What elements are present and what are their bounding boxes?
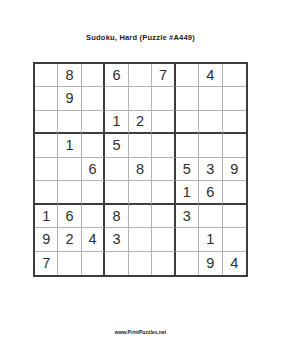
cell-r8c2[interactable]: 2 bbox=[58, 228, 81, 251]
cell-r9c6[interactable] bbox=[152, 252, 175, 275]
sudoku-board: 8674912156853916168392431794 bbox=[33, 62, 248, 277]
cell-r3c4[interactable]: 1 bbox=[105, 111, 128, 134]
cell-r9c5[interactable] bbox=[129, 252, 152, 275]
cell-r5c3[interactable]: 6 bbox=[82, 158, 105, 181]
cell-r2c9[interactable] bbox=[223, 87, 246, 110]
cell-r2c7[interactable] bbox=[176, 87, 199, 110]
cell-r5c6[interactable] bbox=[152, 158, 175, 181]
cell-r1c3[interactable] bbox=[82, 64, 105, 87]
cell-r4c9[interactable] bbox=[223, 134, 246, 157]
cell-r6c2[interactable] bbox=[58, 181, 81, 204]
cell-r6c7[interactable]: 1 bbox=[176, 181, 199, 204]
cell-r7c1[interactable]: 1 bbox=[35, 205, 58, 228]
cell-r4c8[interactable] bbox=[199, 134, 222, 157]
cell-r2c6[interactable] bbox=[152, 87, 175, 110]
cell-r7c2[interactable]: 6 bbox=[58, 205, 81, 228]
cell-r7c4[interactable]: 8 bbox=[105, 205, 128, 228]
cell-r3c7[interactable] bbox=[176, 111, 199, 134]
cell-r8c3[interactable]: 4 bbox=[82, 228, 105, 251]
page-title: Sudoku, Hard (Puzzle #A449) bbox=[0, 33, 281, 42]
cell-r9c8[interactable]: 9 bbox=[199, 252, 222, 275]
cell-r8c6[interactable] bbox=[152, 228, 175, 251]
cell-r8c7[interactable] bbox=[176, 228, 199, 251]
cell-r4c1[interactable] bbox=[35, 134, 58, 157]
cell-r6c1[interactable] bbox=[35, 181, 58, 204]
cell-r5c2[interactable] bbox=[58, 158, 81, 181]
cell-r5c8[interactable]: 3 bbox=[199, 158, 222, 181]
cell-r6c3[interactable] bbox=[82, 181, 105, 204]
cell-r1c8[interactable]: 4 bbox=[199, 64, 222, 87]
cell-r1c2[interactable]: 8 bbox=[58, 64, 81, 87]
cell-r7c5[interactable] bbox=[129, 205, 152, 228]
cell-r3c3[interactable] bbox=[82, 111, 105, 134]
cell-r4c6[interactable] bbox=[152, 134, 175, 157]
cell-r4c7[interactable] bbox=[176, 134, 199, 157]
cell-r9c1[interactable]: 7 bbox=[35, 252, 58, 275]
cell-r9c2[interactable] bbox=[58, 252, 81, 275]
cell-r3c8[interactable] bbox=[199, 111, 222, 134]
cell-r8c8[interactable]: 1 bbox=[199, 228, 222, 251]
cell-r6c9[interactable] bbox=[223, 181, 246, 204]
cell-r8c4[interactable]: 3 bbox=[105, 228, 128, 251]
cell-r9c4[interactable] bbox=[105, 252, 128, 275]
cell-r7c6[interactable] bbox=[152, 205, 175, 228]
cell-r1c1[interactable] bbox=[35, 64, 58, 87]
cell-r3c2[interactable] bbox=[58, 111, 81, 134]
cell-r3c1[interactable] bbox=[35, 111, 58, 134]
cell-r6c4[interactable] bbox=[105, 181, 128, 204]
footer-site-url: www.PrintPuzzles.net bbox=[0, 329, 281, 335]
cell-r2c2[interactable]: 9 bbox=[58, 87, 81, 110]
cell-r8c9[interactable] bbox=[223, 228, 246, 251]
cell-r8c1[interactable]: 9 bbox=[35, 228, 58, 251]
cell-r6c6[interactable] bbox=[152, 181, 175, 204]
cell-r2c8[interactable] bbox=[199, 87, 222, 110]
cell-r7c8[interactable] bbox=[199, 205, 222, 228]
cell-r5c4[interactable] bbox=[105, 158, 128, 181]
cell-r7c7[interactable]: 3 bbox=[176, 205, 199, 228]
cell-r1c5[interactable] bbox=[129, 64, 152, 87]
cell-r5c7[interactable]: 5 bbox=[176, 158, 199, 181]
cell-r4c4[interactable]: 5 bbox=[105, 134, 128, 157]
cell-r3c9[interactable] bbox=[223, 111, 246, 134]
cell-r4c5[interactable] bbox=[129, 134, 152, 157]
cell-r7c9[interactable] bbox=[223, 205, 246, 228]
cell-r3c5[interactable]: 2 bbox=[129, 111, 152, 134]
cell-r4c2[interactable]: 1 bbox=[58, 134, 81, 157]
cell-r2c3[interactable] bbox=[82, 87, 105, 110]
cell-r9c3[interactable] bbox=[82, 252, 105, 275]
cell-r7c3[interactable] bbox=[82, 205, 105, 228]
cell-r5c5[interactable]: 8 bbox=[129, 158, 152, 181]
cell-r8c5[interactable] bbox=[129, 228, 152, 251]
cell-r1c4[interactable]: 6 bbox=[105, 64, 128, 87]
cell-r2c1[interactable] bbox=[35, 87, 58, 110]
cell-r2c4[interactable] bbox=[105, 87, 128, 110]
cell-r4c3[interactable] bbox=[82, 134, 105, 157]
cell-r9c7[interactable] bbox=[176, 252, 199, 275]
cell-r9c9[interactable]: 4 bbox=[223, 252, 246, 275]
cell-r1c6[interactable]: 7 bbox=[152, 64, 175, 87]
cell-r3c6[interactable] bbox=[152, 111, 175, 134]
cell-r6c5[interactable] bbox=[129, 181, 152, 204]
cell-r2c5[interactable] bbox=[129, 87, 152, 110]
cell-r1c7[interactable] bbox=[176, 64, 199, 87]
cell-r1c9[interactable] bbox=[223, 64, 246, 87]
cell-r5c9[interactable]: 9 bbox=[223, 158, 246, 181]
cell-r5c1[interactable] bbox=[35, 158, 58, 181]
cell-r6c8[interactable]: 6 bbox=[199, 181, 222, 204]
